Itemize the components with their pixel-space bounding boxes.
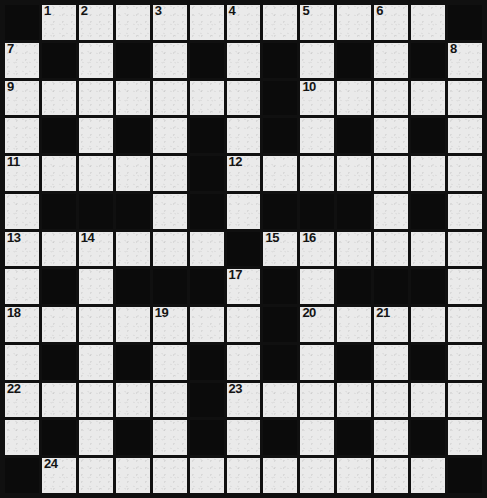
white-cell-r8-c11[interactable] [411, 307, 445, 342]
black-cell-r0-c0 [5, 5, 39, 40]
white-cell-r9-c8[interactable] [300, 345, 334, 380]
black-cell-r6-c6 [227, 232, 261, 267]
crossword-grid: 123456789101112131415161718192021222324 [0, 0, 487, 498]
black-cell-r5-c2 [79, 194, 113, 229]
white-cell-r11-c8[interactable] [300, 420, 334, 455]
black-cell-r3-c3 [116, 118, 150, 153]
white-cell-r8-c5[interactable] [190, 307, 224, 342]
white-cell-r9-c12[interactable] [448, 345, 482, 380]
black-cell-r11-c9 [337, 420, 371, 455]
clue-number-9: 9 [7, 80, 14, 95]
clue-number-6: 6 [376, 4, 383, 19]
white-cell-r2-c2[interactable] [79, 81, 113, 116]
white-cell-r3-c12[interactable] [448, 118, 482, 153]
black-cell-r9-c1 [42, 345, 76, 380]
white-cell-r7-c12[interactable] [448, 269, 482, 304]
white-cell-r4-c4[interactable] [153, 156, 187, 191]
black-cell-r5-c5 [190, 194, 224, 229]
white-cell-r2-c1[interactable] [42, 81, 76, 116]
white-cell-r12-c2[interactable] [79, 458, 113, 493]
white-cell-r9-c4[interactable] [153, 345, 187, 380]
white-cell-r1-c4[interactable] [153, 43, 187, 78]
white-cell-r6-c1[interactable] [42, 232, 76, 267]
clue-number-21: 21 [376, 306, 389, 321]
white-cell-r0-c6[interactable]: 4 [227, 5, 261, 40]
clue-number-16: 16 [302, 231, 315, 246]
white-cell-r12-c3[interactable] [116, 458, 150, 493]
clue-number-17: 17 [229, 268, 242, 283]
white-cell-r2-c10[interactable] [374, 81, 408, 116]
black-cell-r1-c7 [263, 43, 297, 78]
white-cell-r2-c4[interactable] [153, 81, 187, 116]
white-cell-r12-c6[interactable] [227, 458, 261, 493]
white-cell-r10-c4[interactable] [153, 383, 187, 418]
black-cell-r9-c3 [116, 345, 150, 380]
white-cell-r4-c10[interactable] [374, 156, 408, 191]
white-cell-r9-c6[interactable] [227, 345, 261, 380]
white-cell-r2-c9[interactable] [337, 81, 371, 116]
black-cell-r9-c7 [263, 345, 297, 380]
white-cell-r10-c10[interactable] [374, 383, 408, 418]
white-cell-r4-c11[interactable] [411, 156, 445, 191]
black-cell-r12-c12 [448, 458, 482, 493]
white-cell-r11-c6[interactable] [227, 420, 261, 455]
white-cell-r3-c6[interactable] [227, 118, 261, 153]
clue-number-10: 10 [302, 80, 315, 95]
white-cell-r8-c8[interactable]: 20 [300, 307, 334, 342]
black-cell-r11-c3 [116, 420, 150, 455]
white-cell-r9-c2[interactable] [79, 345, 113, 380]
white-cell-r0-c2[interactable]: 2 [79, 5, 113, 40]
white-cell-r6-c11[interactable] [411, 232, 445, 267]
white-cell-r12-c7[interactable] [263, 458, 297, 493]
white-cell-r6-c0[interactable]: 13 [5, 232, 39, 267]
black-cell-r5-c8 [300, 194, 334, 229]
clue-number-7: 7 [7, 42, 14, 57]
black-cell-r8-c7 [263, 307, 297, 342]
white-cell-r1-c6[interactable] [227, 43, 261, 78]
clue-number-11: 11 [7, 155, 20, 170]
white-cell-r8-c10[interactable]: 21 [374, 307, 408, 342]
black-cell-r4-c5 [190, 156, 224, 191]
black-cell-r7-c5 [190, 269, 224, 304]
black-cell-r11-c5 [190, 420, 224, 455]
black-cell-r5-c9 [337, 194, 371, 229]
white-cell-r6-c2[interactable]: 14 [79, 232, 113, 267]
white-cell-r10-c3[interactable] [116, 383, 150, 418]
white-cell-r6-c12[interactable] [448, 232, 482, 267]
clue-number-4: 4 [229, 4, 236, 19]
white-cell-r0-c3[interactable] [116, 5, 150, 40]
clue-number-1: 1 [44, 4, 51, 19]
white-cell-r0-c4[interactable]: 3 [153, 5, 187, 40]
clue-number-15: 15 [265, 231, 278, 246]
white-cell-r4-c1[interactable] [42, 156, 76, 191]
white-cell-r12-c9[interactable] [337, 458, 371, 493]
white-cell-r10-c2[interactable] [79, 383, 113, 418]
black-cell-r7-c9 [337, 269, 371, 304]
black-cell-r3-c7 [263, 118, 297, 153]
white-cell-r3-c8[interactable] [300, 118, 334, 153]
white-cell-r0-c10[interactable]: 6 [374, 5, 408, 40]
white-cell-r0-c7[interactable] [263, 5, 297, 40]
white-cell-r12-c5[interactable] [190, 458, 224, 493]
white-cell-r6-c10[interactable] [374, 232, 408, 267]
white-cell-r4-c8[interactable] [300, 156, 334, 191]
white-cell-r2-c0[interactable]: 9 [5, 81, 39, 116]
white-cell-r11-c2[interactable] [79, 420, 113, 455]
white-cell-r8-c3[interactable] [116, 307, 150, 342]
white-cell-r10-c9[interactable] [337, 383, 371, 418]
black-cell-r5-c7 [263, 194, 297, 229]
white-cell-r4-c2[interactable] [79, 156, 113, 191]
clue-number-24: 24 [44, 457, 57, 472]
white-cell-r8-c6[interactable] [227, 307, 261, 342]
white-cell-r1-c10[interactable] [374, 43, 408, 78]
white-cell-r6-c4[interactable] [153, 232, 187, 267]
black-cell-r9-c5 [190, 345, 224, 380]
white-cell-r4-c3[interactable] [116, 156, 150, 191]
black-cell-r1-c5 [190, 43, 224, 78]
black-cell-r11-c7 [263, 420, 297, 455]
white-cell-r0-c5[interactable] [190, 5, 224, 40]
white-cell-r6-c8[interactable]: 16 [300, 232, 334, 267]
white-cell-r6-c5[interactable] [190, 232, 224, 267]
clue-number-19: 19 [155, 306, 168, 321]
clue-number-13: 13 [7, 231, 20, 246]
white-cell-r2-c6[interactable] [227, 81, 261, 116]
white-cell-r12-c4[interactable] [153, 458, 187, 493]
white-cell-r0-c11[interactable] [411, 5, 445, 40]
white-cell-r2-c11[interactable] [411, 81, 445, 116]
clue-number-22: 22 [7, 382, 20, 397]
clue-number-14: 14 [81, 231, 94, 246]
white-cell-r12-c8[interactable] [300, 458, 334, 493]
white-cell-r5-c12[interactable] [448, 194, 482, 229]
white-cell-r2-c8[interactable]: 10 [300, 81, 334, 116]
white-cell-r1-c0[interactable]: 7 [5, 43, 39, 78]
black-cell-r11-c1 [42, 420, 76, 455]
white-cell-r11-c0[interactable] [5, 420, 39, 455]
white-cell-r8-c9[interactable] [337, 307, 371, 342]
white-cell-r5-c0[interactable] [5, 194, 39, 229]
white-cell-r10-c8[interactable] [300, 383, 334, 418]
black-cell-r12-c0 [5, 458, 39, 493]
white-cell-r10-c1[interactable] [42, 383, 76, 418]
white-cell-r8-c2[interactable] [79, 307, 113, 342]
black-cell-r2-c7 [263, 81, 297, 116]
white-cell-r4-c12[interactable] [448, 156, 482, 191]
black-cell-r7-c11 [411, 269, 445, 304]
white-cell-r8-c4[interactable]: 19 [153, 307, 187, 342]
white-cell-r5-c10[interactable] [374, 194, 408, 229]
white-cell-r8-c12[interactable] [448, 307, 482, 342]
black-cell-r9-c9 [337, 345, 371, 380]
white-cell-r11-c4[interactable] [153, 420, 187, 455]
clue-number-18: 18 [7, 306, 20, 321]
white-cell-r7-c2[interactable] [79, 269, 113, 304]
black-cell-r1-c1 [42, 43, 76, 78]
black-cell-r0-c12 [448, 5, 482, 40]
black-cell-r3-c1 [42, 118, 76, 153]
white-cell-r2-c3[interactable] [116, 81, 150, 116]
white-cell-r12-c1[interactable]: 24 [42, 458, 76, 493]
white-cell-r1-c12[interactable]: 8 [448, 43, 482, 78]
black-cell-r7-c4 [153, 269, 187, 304]
white-cell-r8-c1[interactable] [42, 307, 76, 342]
white-cell-r0-c8[interactable]: 5 [300, 5, 334, 40]
white-cell-r11-c12[interactable] [448, 420, 482, 455]
white-cell-r8-c0[interactable]: 18 [5, 307, 39, 342]
white-cell-r0-c1[interactable]: 1 [42, 5, 76, 40]
black-cell-r10-c5 [190, 383, 224, 418]
white-cell-r1-c8[interactable] [300, 43, 334, 78]
white-cell-r10-c6[interactable]: 23 [227, 383, 261, 418]
black-cell-r7-c10 [374, 269, 408, 304]
white-cell-r4-c0[interactable]: 11 [5, 156, 39, 191]
white-cell-r9-c0[interactable] [5, 345, 39, 380]
black-cell-r7-c7 [263, 269, 297, 304]
black-cell-r5-c11 [411, 194, 445, 229]
white-cell-r6-c9[interactable] [337, 232, 371, 267]
white-cell-r2-c12[interactable] [448, 81, 482, 116]
white-cell-r0-c9[interactable] [337, 5, 371, 40]
white-cell-r5-c4[interactable] [153, 194, 187, 229]
white-cell-r3-c0[interactable] [5, 118, 39, 153]
white-cell-r10-c0[interactable]: 22 [5, 383, 39, 418]
black-cell-r5-c3 [116, 194, 150, 229]
clue-number-20: 20 [302, 306, 315, 321]
white-cell-r3-c2[interactable] [79, 118, 113, 153]
white-cell-r7-c6[interactable]: 17 [227, 269, 261, 304]
white-cell-r6-c7[interactable]: 15 [263, 232, 297, 267]
black-cell-r7-c3 [116, 269, 150, 304]
white-cell-r3-c4[interactable] [153, 118, 187, 153]
clue-number-3: 3 [155, 4, 162, 19]
clue-number-8: 8 [450, 42, 457, 57]
white-cell-r10-c12[interactable] [448, 383, 482, 418]
white-cell-r12-c10[interactable] [374, 458, 408, 493]
white-cell-r5-c6[interactable] [227, 194, 261, 229]
black-cell-r7-c1 [42, 269, 76, 304]
black-cell-r9-c11 [411, 345, 445, 380]
white-cell-r2-c5[interactable] [190, 81, 224, 116]
clue-number-23: 23 [229, 382, 242, 397]
white-cell-r12-c11[interactable] [411, 458, 445, 493]
clue-number-2: 2 [81, 4, 88, 19]
black-cell-r3-c9 [337, 118, 371, 153]
white-cell-r4-c7[interactable] [263, 156, 297, 191]
black-cell-r1-c9 [337, 43, 371, 78]
white-cell-r7-c0[interactable] [5, 269, 39, 304]
black-cell-r1-c3 [116, 43, 150, 78]
black-cell-r1-c11 [411, 43, 445, 78]
white-cell-r6-c3[interactable] [116, 232, 150, 267]
white-cell-r11-c10[interactable] [374, 420, 408, 455]
black-cell-r5-c1 [42, 194, 76, 229]
white-cell-r4-c6[interactable]: 12 [227, 156, 261, 191]
white-cell-r10-c11[interactable] [411, 383, 445, 418]
black-cell-r11-c11 [411, 420, 445, 455]
white-cell-r7-c8[interactable] [300, 269, 334, 304]
white-cell-r1-c2[interactable] [79, 43, 113, 78]
white-cell-r10-c7[interactable] [263, 383, 297, 418]
clue-number-5: 5 [302, 4, 309, 19]
black-cell-r3-c11 [411, 118, 445, 153]
black-cell-r3-c5 [190, 118, 224, 153]
white-cell-r4-c9[interactable] [337, 156, 371, 191]
white-cell-r3-c10[interactable] [374, 118, 408, 153]
white-cell-r9-c10[interactable] [374, 345, 408, 380]
clue-number-12: 12 [229, 155, 242, 170]
